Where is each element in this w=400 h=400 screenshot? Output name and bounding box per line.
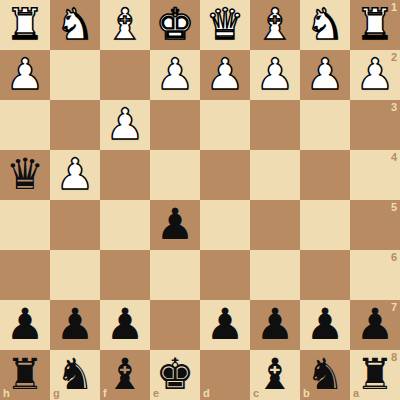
file-label-a: a bbox=[353, 387, 359, 399]
square-c5[interactable] bbox=[250, 200, 300, 250]
square-b4[interactable] bbox=[300, 150, 350, 200]
square-f3[interactable]: ♟ bbox=[100, 100, 150, 150]
square-e2[interactable]: ♟ bbox=[150, 50, 200, 100]
square-g6[interactable] bbox=[50, 250, 100, 300]
square-f5[interactable] bbox=[100, 200, 150, 250]
file-label-d: d bbox=[203, 387, 210, 399]
square-f6[interactable] bbox=[100, 250, 150, 300]
white-pawn-icon[interactable]: ♟ bbox=[50, 150, 100, 200]
square-d2[interactable]: ♟ bbox=[200, 50, 250, 100]
file-label-h: h bbox=[3, 387, 10, 399]
white-queen-icon[interactable]: ♛ bbox=[200, 0, 250, 50]
rank-label-3: 3 bbox=[391, 101, 397, 113]
white-knight-icon[interactable]: ♞ bbox=[50, 0, 100, 50]
square-g8[interactable]: ♞g bbox=[50, 350, 100, 400]
square-f1[interactable]: ♝ bbox=[100, 0, 150, 50]
white-pawn-icon[interactable]: ♟ bbox=[250, 50, 300, 100]
rank-label-7: 7 bbox=[391, 301, 397, 313]
white-bishop-icon[interactable]: ♝ bbox=[100, 0, 150, 50]
square-a8[interactable]: ♜8a bbox=[350, 350, 400, 400]
square-f8[interactable]: ♝f bbox=[100, 350, 150, 400]
square-e4[interactable] bbox=[150, 150, 200, 200]
rank-label-8: 8 bbox=[391, 351, 397, 363]
square-g3[interactable] bbox=[50, 100, 100, 150]
square-h8[interactable]: ♜h bbox=[0, 350, 50, 400]
square-h1[interactable]: ♜ bbox=[0, 0, 50, 50]
white-rook-icon[interactable]: ♜ bbox=[0, 0, 50, 50]
square-a6[interactable]: 6 bbox=[350, 250, 400, 300]
square-a7[interactable]: ♟7 bbox=[350, 300, 400, 350]
square-b7[interactable]: ♟ bbox=[300, 300, 350, 350]
square-b2[interactable]: ♟ bbox=[300, 50, 350, 100]
square-g2[interactable] bbox=[50, 50, 100, 100]
square-g1[interactable]: ♞ bbox=[50, 0, 100, 50]
square-d1[interactable]: ♛ bbox=[200, 0, 250, 50]
square-g4[interactable]: ♟ bbox=[50, 150, 100, 200]
white-pawn-icon[interactable]: ♟ bbox=[200, 50, 250, 100]
board-container: ♜♞♝♚♛♝♞♜1♟♟♟♟♟♟2♟3♛♟4♟56♟♟♟♟♟♟♟7♜h♞g♝f♚e… bbox=[0, 0, 400, 400]
square-c6[interactable] bbox=[250, 250, 300, 300]
square-c2[interactable]: ♟ bbox=[250, 50, 300, 100]
white-pawn-icon[interactable]: ♟ bbox=[0, 50, 50, 100]
black-pawn-icon[interactable]: ♟ bbox=[100, 300, 150, 350]
rank-label-4: 4 bbox=[391, 151, 397, 163]
square-h4[interactable]: ♛ bbox=[0, 150, 50, 200]
square-b8[interactable]: ♞b bbox=[300, 350, 350, 400]
black-pawn-icon[interactable]: ♟ bbox=[50, 300, 100, 350]
square-d4[interactable] bbox=[200, 150, 250, 200]
square-g5[interactable] bbox=[50, 200, 100, 250]
square-h6[interactable] bbox=[0, 250, 50, 300]
rank-label-1: 1 bbox=[391, 1, 397, 13]
file-label-c: c bbox=[253, 387, 259, 399]
black-pawn-icon[interactable]: ♟ bbox=[300, 300, 350, 350]
square-d8[interactable]: d bbox=[200, 350, 250, 400]
square-h2[interactable]: ♟ bbox=[0, 50, 50, 100]
square-d3[interactable] bbox=[200, 100, 250, 150]
black-pawn-icon[interactable]: ♟ bbox=[250, 300, 300, 350]
square-d6[interactable] bbox=[200, 250, 250, 300]
square-h7[interactable]: ♟ bbox=[0, 300, 50, 350]
white-pawn-icon[interactable]: ♟ bbox=[150, 50, 200, 100]
square-a1[interactable]: ♜1 bbox=[350, 0, 400, 50]
black-bishop-icon[interactable]: ♝ bbox=[100, 350, 150, 400]
square-a4[interactable]: 4 bbox=[350, 150, 400, 200]
chess-board: ♜♞♝♚♛♝♞♜1♟♟♟♟♟♟2♟3♛♟4♟56♟♟♟♟♟♟♟7♜h♞g♝f♚e… bbox=[0, 0, 400, 400]
black-pawn-icon[interactable]: ♟ bbox=[150, 200, 200, 250]
black-pawn-icon[interactable]: ♟ bbox=[200, 300, 250, 350]
square-h5[interactable] bbox=[0, 200, 50, 250]
square-f2[interactable] bbox=[100, 50, 150, 100]
square-e7[interactable] bbox=[150, 300, 200, 350]
square-b5[interactable] bbox=[300, 200, 350, 250]
square-b1[interactable]: ♞ bbox=[300, 0, 350, 50]
square-b3[interactable] bbox=[300, 100, 350, 150]
white-king-icon[interactable]: ♚ bbox=[150, 0, 200, 50]
rank-label-5: 5 bbox=[391, 201, 397, 213]
white-knight-icon[interactable]: ♞ bbox=[300, 0, 350, 50]
square-a2[interactable]: ♟2 bbox=[350, 50, 400, 100]
white-pawn-icon[interactable]: ♟ bbox=[300, 50, 350, 100]
square-b6[interactable] bbox=[300, 250, 350, 300]
black-pawn-icon[interactable]: ♟ bbox=[0, 300, 50, 350]
square-e5[interactable]: ♟ bbox=[150, 200, 200, 250]
square-f7[interactable]: ♟ bbox=[100, 300, 150, 350]
square-c4[interactable] bbox=[250, 150, 300, 200]
rank-label-2: 2 bbox=[391, 51, 397, 63]
file-label-g: g bbox=[53, 387, 60, 399]
square-h3[interactable] bbox=[0, 100, 50, 150]
square-d7[interactable]: ♟ bbox=[200, 300, 250, 350]
square-e6[interactable] bbox=[150, 250, 200, 300]
square-c7[interactable]: ♟ bbox=[250, 300, 300, 350]
black-queen-icon[interactable]: ♛ bbox=[0, 150, 50, 200]
rank-label-6: 6 bbox=[391, 251, 397, 263]
square-c8[interactable]: ♝c bbox=[250, 350, 300, 400]
white-bishop-icon[interactable]: ♝ bbox=[250, 0, 300, 50]
square-f4[interactable] bbox=[100, 150, 150, 200]
square-g7[interactable]: ♟ bbox=[50, 300, 100, 350]
file-label-f: f bbox=[103, 387, 107, 399]
square-a3[interactable]: 3 bbox=[350, 100, 400, 150]
square-c3[interactable] bbox=[250, 100, 300, 150]
white-pawn-icon[interactable]: ♟ bbox=[100, 100, 150, 150]
file-label-b: b bbox=[303, 387, 310, 399]
square-e1[interactable]: ♚ bbox=[150, 0, 200, 50]
square-d5[interactable] bbox=[200, 200, 250, 250]
square-a5[interactable]: 5 bbox=[350, 200, 400, 250]
file-label-e: e bbox=[153, 387, 159, 399]
square-e8[interactable]: ♚e bbox=[150, 350, 200, 400]
square-e3[interactable] bbox=[150, 100, 200, 150]
square-c1[interactable]: ♝ bbox=[250, 0, 300, 50]
